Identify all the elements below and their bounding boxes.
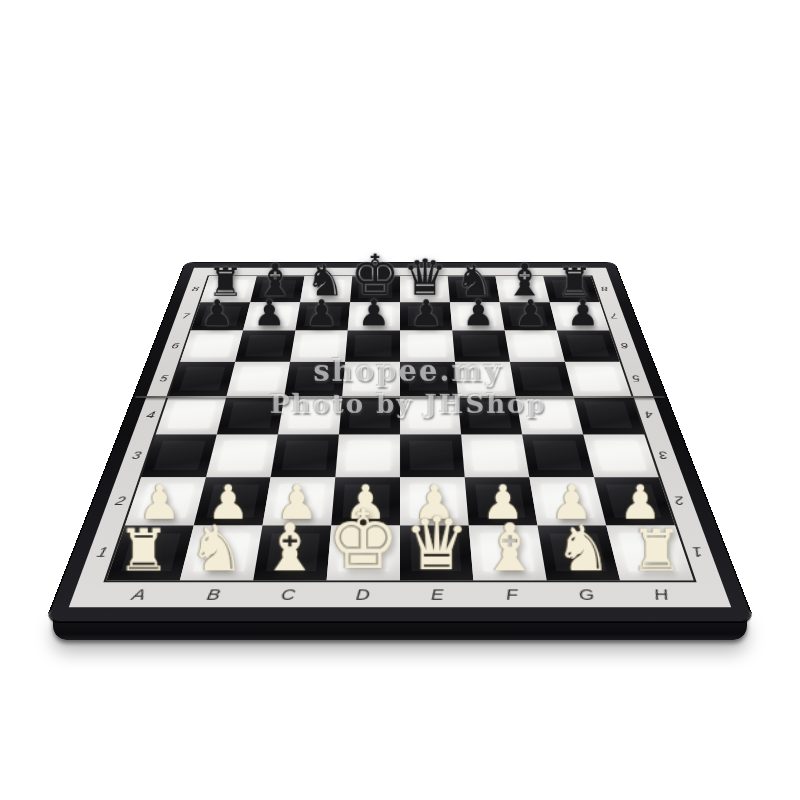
square-g3[interactable] <box>522 434 594 477</box>
square-c6[interactable] <box>290 330 348 361</box>
piece-black-pawn-b7[interactable]: ♟ <box>253 296 285 330</box>
piece-white-knight-g1[interactable]: ♞ <box>555 519 612 579</box>
square-c5[interactable] <box>284 362 345 396</box>
piece-black-pawn-e7[interactable]: ♟ <box>410 296 442 330</box>
piece-black-pawn-f7[interactable]: ♟ <box>462 296 494 330</box>
square-d3[interactable] <box>335 434 400 477</box>
square-e6[interactable] <box>400 330 455 361</box>
file-label-b: B <box>174 585 252 603</box>
piece-white-bishop-c1[interactable]: ♝ <box>261 517 320 579</box>
file-label-g: G <box>547 585 625 603</box>
square-f4[interactable] <box>458 396 522 434</box>
square-b1[interactable]: ♞ <box>180 526 263 581</box>
square-b4[interactable] <box>217 396 285 434</box>
square-d7[interactable]: ♟ <box>348 302 400 330</box>
square-a3[interactable] <box>141 434 217 477</box>
square-g5[interactable] <box>510 362 574 396</box>
square-b7[interactable]: ♟ <box>243 302 300 330</box>
file-label-f: F <box>474 585 551 603</box>
piece-black-pawn-h7[interactable]: ♟ <box>567 296 599 330</box>
square-b3[interactable] <box>206 434 278 477</box>
square-e7[interactable]: ♟ <box>400 302 452 330</box>
square-g7[interactable]: ♟ <box>500 302 557 330</box>
file-label-d: D <box>325 585 400 603</box>
piece-white-king-d1[interactable]: ♚ <box>327 502 399 579</box>
board-margin: ♜♝♞♚♛♞♝♜♟♟♟♟♟♟♟♟♟♟♟♟♟♟♟♟♜♞♝♚♛♝♞♜ ABCDEFG… <box>69 268 731 607</box>
square-f5[interactable] <box>455 362 516 396</box>
square-d6[interactable] <box>345 330 400 361</box>
square-f6[interactable] <box>452 330 510 361</box>
square-d5[interactable] <box>342 362 400 396</box>
piece-white-knight-b1[interactable]: ♞ <box>188 519 245 579</box>
square-a1[interactable]: ♜ <box>107 526 194 581</box>
file-label-h: H <box>621 585 701 603</box>
square-g6[interactable] <box>505 330 565 361</box>
square-c1[interactable]: ♝ <box>253 526 331 581</box>
square-b6[interactable] <box>235 330 295 361</box>
square-c7[interactable]: ♟ <box>295 302 350 330</box>
square-g1[interactable]: ♞ <box>537 526 620 581</box>
square-h1[interactable]: ♜ <box>606 526 693 581</box>
file-label-c: C <box>250 585 327 603</box>
piece-black-pawn-c7[interactable]: ♟ <box>305 296 337 330</box>
square-a6[interactable] <box>180 330 243 361</box>
square-f1[interactable]: ♝ <box>469 526 547 581</box>
square-f3[interactable] <box>461 434 529 477</box>
square-c3[interactable] <box>271 434 339 477</box>
square-e3[interactable] <box>400 434 465 477</box>
square-a7[interactable]: ♟ <box>191 302 250 330</box>
square-a5[interactable] <box>169 362 236 396</box>
board-frame: ♜♝♞♚♛♞♝♜♟♟♟♟♟♟♟♟♟♟♟♟♟♟♟♟♜♞♝♚♛♝♞♜ ABCDEFG… <box>46 263 753 622</box>
square-e5[interactable] <box>400 362 458 396</box>
piece-white-rook-h1[interactable]: ♜ <box>630 524 682 579</box>
piece-black-pawn-a7[interactable]: ♟ <box>201 296 233 330</box>
square-g4[interactable] <box>516 396 584 434</box>
file-label-e: E <box>400 585 475 603</box>
piece-black-pawn-g7[interactable]: ♟ <box>515 296 547 330</box>
piece-white-queen-e1[interactable]: ♛ <box>404 510 470 580</box>
square-a4[interactable] <box>156 396 227 434</box>
square-e4[interactable] <box>400 396 461 434</box>
file-labels-bottom: ABCDEFGH <box>97 580 702 607</box>
chessboard-scene: ♜♝♞♚♛♞♝♜♟♟♟♟♟♟♟♟♟♟♟♟♟♟♟♟♜♞♝♚♛♝♞♜ ABCDEFG… <box>130 128 670 668</box>
square-d4[interactable] <box>339 396 400 434</box>
piece-white-rook-a1[interactable]: ♜ <box>117 524 169 579</box>
square-e1[interactable]: ♛ <box>400 526 473 581</box>
file-label-a: A <box>99 585 179 603</box>
square-d1[interactable]: ♚ <box>327 526 400 581</box>
piece-black-pawn-d7[interactable]: ♟ <box>358 296 390 330</box>
square-b5[interactable] <box>226 362 290 396</box>
square-c4[interactable] <box>278 396 342 434</box>
piece-white-bishop-f1[interactable]: ♝ <box>480 517 539 579</box>
square-f7[interactable]: ♟ <box>450 302 505 330</box>
